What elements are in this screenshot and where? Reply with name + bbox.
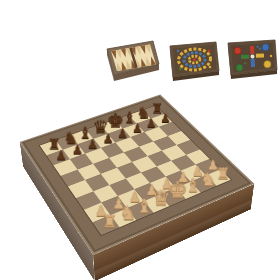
black-pawn: ♟ — [114, 127, 131, 139]
black-pawn: ♟ — [68, 143, 85, 156]
white-rook: ♜ — [100, 213, 120, 230]
black-pawn: ♟ — [84, 138, 101, 151]
white-knight: ♞ — [117, 204, 137, 223]
black-pawn: ♟ — [129, 122, 146, 134]
black-pawn: ♟ — [99, 132, 116, 145]
black-pawn: ♟ — [157, 112, 173, 124]
ludo-board-graphic — [225, 37, 280, 85]
goose-game-board-graphic — [166, 39, 223, 83]
thumbnail-goose-game — [166, 39, 223, 83]
chess-box: ♜♞♝♛♚♝♞♜♟♟♟♟♟♟♟♟♟♟♟♟♟♟♟♟♜♞♝♛♚♝♞♜ — [20, 95, 255, 255]
backgammon-board-graphic — [102, 37, 162, 87]
white-queen: ♛ — [151, 188, 170, 209]
thumbnail-backgammon — [102, 37, 162, 87]
square-c4 — [101, 168, 125, 185]
thumbnail-ludo — [225, 37, 280, 85]
chess-box-top: ♜♞♝♛♚♝♞♜♟♟♟♟♟♟♟♟♟♟♟♟♟♟♟♟♜♞♝♛♚♝♞♜ — [20, 95, 255, 255]
product-photo: ♜♞♝♛♚♝♞♜♟♟♟♟♟♟♟♟♟♟♟♟♟♟♟♟♜♞♝♛♚♝♞♜ — [0, 0, 280, 280]
black-pawn: ♟ — [52, 149, 69, 162]
